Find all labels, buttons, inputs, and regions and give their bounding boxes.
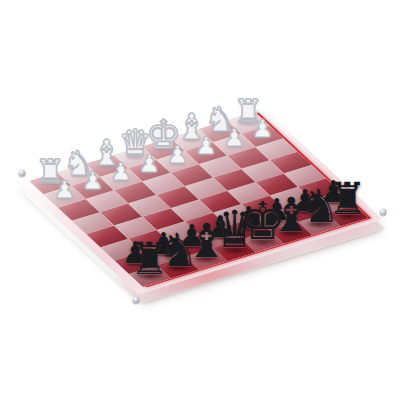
screw-icon <box>380 209 387 216</box>
white-pawn-glyph: ♟ <box>139 152 161 176</box>
white-pawn-glyph: ♟ <box>82 169 104 193</box>
white-pawn-glyph: ♟ <box>252 117 274 141</box>
screw-icon <box>19 170 26 177</box>
white-pawn-glyph: ♟ <box>167 143 189 167</box>
black-rook-glyph: ♜ <box>130 237 169 281</box>
screw-icon <box>133 297 140 304</box>
white-pawn-glyph: ♟ <box>195 134 217 158</box>
chess-set-photo: ♜♞♟♝♟♚♟♛♟♝♟♞♟♜♟♟♟♟♜♟♞♟♝♟♚♟♛♟♝♟♞♜ <box>0 0 416 416</box>
white-pawn-glyph: ♟ <box>223 126 245 150</box>
white-pawn-glyph: ♟ <box>54 178 76 202</box>
white-pawn-glyph: ♟ <box>110 160 132 184</box>
